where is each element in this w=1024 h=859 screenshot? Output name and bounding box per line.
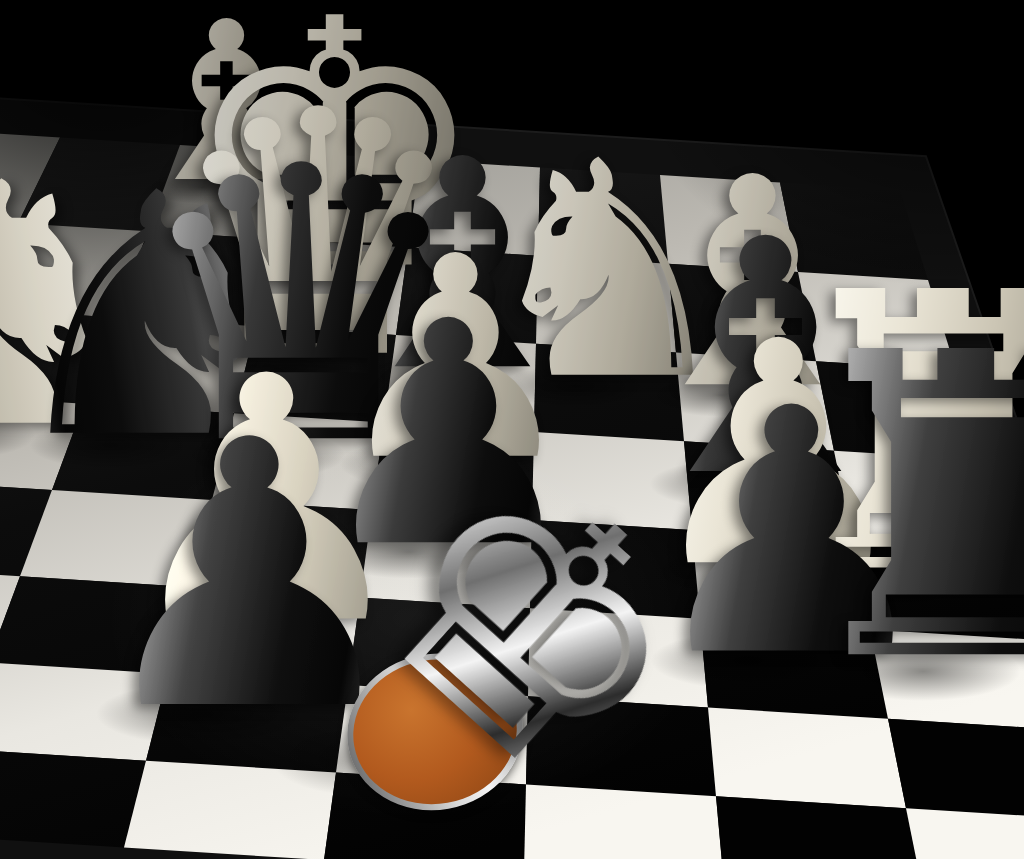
pieces-layer: ♝♚♛♝♞♝♞♞♛♟♝♟♟♜♟♟♜♟♚ xyxy=(0,0,1024,859)
piece-black-rook-h3[interactable]: ♜ xyxy=(778,300,1024,719)
scene: ♝♚♛♝♞♝♞♞♛♟♝♟♟♜♟♟♜♟♚ 3D-rendered chess sc… xyxy=(0,0,1024,859)
